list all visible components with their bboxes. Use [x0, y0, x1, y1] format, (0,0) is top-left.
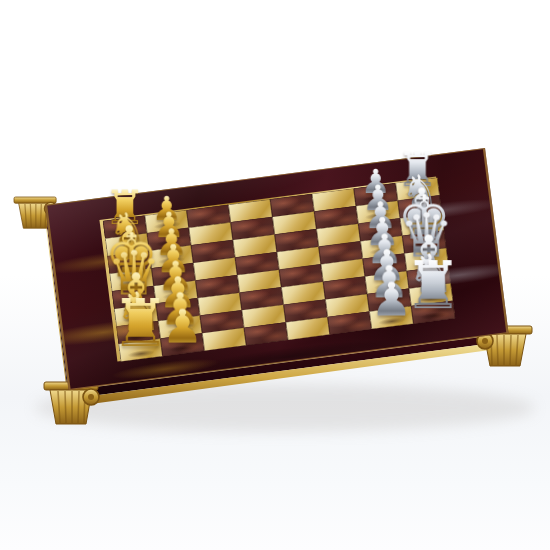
- chess-piece-glyph: ♟: [365, 216, 400, 247]
- square-c2: ♟: [156, 298, 200, 321]
- piece-black-bishop-c8: ♝: [366, 234, 492, 277]
- chess-set-photo: ♜♟♟♜♞♟♟♞♝♟♟♝♚♟♟♚♛♟♟♛♝♟♟♝♞♟♟♞♜♟♟♜: [0, 0, 550, 550]
- square-a2: ♟: [160, 333, 204, 356]
- piece-reflection: [162, 324, 200, 338]
- piece-black-king-e8: ♚: [367, 194, 482, 242]
- chess-piece-glyph: ♝: [112, 272, 160, 315]
- chess-piece-glyph: ♟: [369, 264, 409, 300]
- piece-reflection: [357, 191, 395, 205]
- piece-white-bishop-f1: ♝: [75, 225, 184, 262]
- board-inlay-border: ♜♟♟♜♞♟♟♞♝♟♟♝♚♟♟♚♛♟♟♛♝♟♟♝♞♟♟♞♜♟♟♜: [99, 176, 454, 361]
- square-g1: ♞: [105, 233, 149, 256]
- square-c6: [323, 276, 367, 299]
- square-d1: ♛: [112, 286, 156, 309]
- square-e4: [235, 252, 279, 275]
- chess-piece-glyph: ♜: [404, 259, 463, 312]
- piece-black-pawn-h7: ♟: [327, 168, 425, 195]
- piece-black-pawn-g7: ♟: [326, 184, 429, 212]
- board-grid: ♜♟♟♜♞♟♟♞♝♟♟♝♚♟♟♚♛♟♟♛♝♟♟♝♞♟♟♞♜♟♟♜: [103, 178, 455, 362]
- chess-piece-glyph: ♛: [106, 248, 161, 297]
- square-h8: ♜: [396, 178, 440, 201]
- square-d2: ♟: [154, 280, 198, 303]
- chess-piece-glyph: ♟: [152, 195, 182, 222]
- piece-reflection: [115, 294, 153, 308]
- piece-reflection: [122, 347, 160, 361]
- piece-reflection: [153, 253, 191, 267]
- chess-piece-glyph: ♟: [157, 259, 194, 292]
- square-a6: [328, 312, 372, 335]
- square-f1: ♝: [107, 251, 151, 274]
- chess-piece-glyph: ♟: [155, 227, 188, 257]
- square-e5: [277, 247, 321, 270]
- piece-white-pawn-e2: ♟: [116, 243, 231, 274]
- piece-reflection: [159, 306, 197, 320]
- square-e3: [193, 257, 237, 280]
- square-b1: ♞: [116, 321, 160, 344]
- chess-piece-glyph: ♝: [405, 234, 453, 277]
- square-h4: [228, 199, 272, 222]
- chess-piece-glyph: ♚: [397, 194, 451, 242]
- piece-reflection: [111, 259, 149, 273]
- square-f5: [275, 229, 319, 252]
- square-e8: ♚: [402, 230, 446, 253]
- square-e1: ♚: [110, 268, 154, 291]
- piece-white-pawn-f2: ♟: [117, 227, 226, 257]
- piece-black-rook-a8: ♜: [365, 259, 502, 312]
- piece-reflection: [106, 224, 144, 238]
- piece-reflection: [403, 221, 441, 235]
- square-g7: ♟: [356, 201, 400, 224]
- square-d3: [195, 275, 239, 298]
- piece-reflection: [164, 341, 202, 355]
- chess-piece-glyph: ♟: [160, 291, 200, 327]
- square-g3: [189, 222, 233, 245]
- square-c3: [198, 293, 242, 316]
- square-g5: [272, 212, 316, 235]
- piece-reflection: [401, 203, 439, 217]
- piece-reflection: [408, 256, 446, 270]
- square-g4: [231, 217, 275, 240]
- piece-reflection: [120, 329, 158, 343]
- square-h3: [187, 205, 231, 228]
- piece-white-rook-a1: ♜: [72, 297, 209, 350]
- square-a1: ♜: [119, 339, 163, 362]
- piece-reflection: [155, 271, 193, 285]
- piece-black-pawn-d7: ♟: [325, 232, 445, 265]
- square-b3: [200, 310, 244, 333]
- chess-piece-glyph: ♟: [361, 168, 391, 195]
- square-a5: [286, 317, 330, 340]
- piece-black-pawn-c7: ♟: [324, 248, 450, 282]
- piece-reflection: [415, 309, 453, 323]
- piece-reflection: [113, 276, 151, 290]
- piece-reflection: [399, 186, 437, 200]
- chess-piece-glyph: ♟: [153, 211, 184, 239]
- square-d7: ♟: [363, 253, 407, 276]
- chess-piece-glyph: ♝: [109, 225, 150, 262]
- chess-piece-glyph: ♞: [401, 173, 439, 207]
- chess-piece-glyph: ♛: [399, 211, 454, 260]
- piece-black-bishop-f8: ♝: [368, 187, 477, 224]
- chess-piece-glyph: ♟: [362, 184, 393, 212]
- square-h5: [270, 194, 314, 217]
- piece-white-pawn-g2: ♟: [117, 211, 220, 239]
- square-f8: ♝: [400, 213, 444, 236]
- chess-piece-glyph: ♞: [114, 290, 162, 333]
- square-g6: [314, 206, 358, 229]
- piece-white-pawn-c2: ♟: [115, 275, 241, 309]
- chess-piece-glyph: ♟: [162, 308, 204, 345]
- chess-piece-glyph: ♞: [108, 211, 146, 245]
- square-c1: ♝: [114, 303, 158, 326]
- square-f6: [316, 224, 360, 247]
- chess-piece-glyph: ♝: [401, 187, 442, 224]
- piece-white-queen-d1: ♛: [74, 248, 194, 297]
- piece-black-knight-g8: ♞: [368, 173, 471, 207]
- piece-reflection: [157, 289, 195, 303]
- chess-piece-glyph: ♚: [105, 232, 159, 280]
- chess-piece-glyph: ♟: [368, 248, 406, 282]
- square-b6: [325, 294, 369, 317]
- square-c8: ♝: [407, 266, 451, 289]
- piece-reflection: [150, 236, 188, 250]
- piece-white-pawn-h2: ♟: [118, 195, 216, 222]
- piece-white-pawn-b2: ♟: [114, 291, 245, 327]
- piece-reflection: [366, 261, 404, 275]
- chess-piece-glyph: ♟: [364, 200, 397, 230]
- square-a7: ♟: [369, 306, 413, 329]
- square-f3: [191, 240, 235, 263]
- chess-piece-glyph: ♟: [366, 232, 403, 265]
- square-b7: ♟: [367, 289, 411, 312]
- piece-black-knight-b8: ♞: [365, 252, 496, 295]
- piece-reflection: [406, 238, 444, 252]
- square-c7: ♟: [365, 271, 409, 294]
- square-a3: [202, 328, 246, 351]
- piece-reflection: [109, 241, 147, 255]
- square-d8: ♛: [404, 248, 448, 271]
- square-c4: [240, 287, 284, 310]
- piece-white-pawn-d2: ♟: [116, 259, 236, 292]
- square-c5: [281, 282, 325, 305]
- piece-reflection: [412, 291, 450, 305]
- square-g8: ♞: [398, 195, 442, 218]
- piece-white-king-e1: ♚: [74, 232, 189, 280]
- square-e7: ♟: [360, 236, 404, 259]
- square-f4: [233, 234, 277, 257]
- piece-reflection: [118, 312, 156, 326]
- square-h2: ♟: [145, 210, 189, 233]
- square-f2: ♟: [149, 245, 193, 268]
- square-g2: ♟: [147, 228, 191, 251]
- piece-white-pawn-a2: ♟: [114, 308, 251, 345]
- square-b8: ♞: [409, 283, 453, 306]
- piece-black-pawn-e7: ♟: [325, 216, 440, 247]
- piece-reflection: [368, 279, 406, 293]
- square-a8: ♜: [411, 301, 455, 324]
- square-b2: ♟: [158, 316, 202, 339]
- piece-reflection: [359, 209, 397, 223]
- square-h6: [312, 189, 356, 212]
- square-e2: ♟: [151, 263, 195, 286]
- piece-black-queen-d8: ♛: [366, 211, 486, 260]
- square-d6: [321, 259, 365, 282]
- square-a4: [244, 322, 288, 345]
- chess-piece-glyph: ♟: [159, 275, 197, 309]
- square-h1: ♜: [103, 216, 147, 239]
- piece-reflection: [410, 274, 448, 288]
- piece-black-pawn-f7: ♟: [326, 200, 435, 230]
- chess-piece-glyph: ♟: [371, 280, 413, 317]
- piece-black-pawn-a7: ♟: [323, 280, 460, 317]
- square-d5: [279, 264, 323, 287]
- square-e6: [319, 241, 363, 264]
- piece-reflection: [373, 314, 411, 328]
- piece-black-pawn-b7: ♟: [323, 264, 454, 300]
- piece-white-bishop-c1: ♝: [73, 272, 199, 315]
- chess-piece-glyph: ♞: [407, 252, 455, 295]
- square-d4: [237, 270, 281, 293]
- piece-reflection: [148, 218, 186, 232]
- square-b5: [284, 299, 328, 322]
- piece-reflection: [371, 297, 409, 311]
- square-f7: ♟: [358, 218, 402, 241]
- chess-piece-glyph: ♟: [156, 243, 191, 274]
- piece-white-knight-g1: ♞: [75, 211, 178, 245]
- square-b4: [242, 305, 286, 328]
- piece-reflection: [364, 244, 402, 258]
- square-h7: ♟: [354, 183, 398, 206]
- piece-white-knight-b1: ♞: [73, 290, 204, 333]
- chess-piece-glyph: ♜: [111, 297, 170, 350]
- piece-reflection: [362, 226, 400, 240]
